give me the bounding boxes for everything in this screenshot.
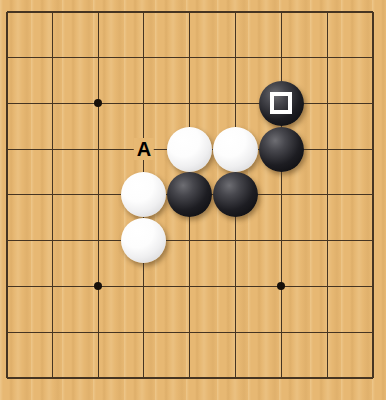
grid-line-horizontal [121, 377, 167, 379]
intersection-c7[interactable] [75, 264, 121, 310]
intersection-e1[interactable] [167, 0, 213, 35]
grid-line-horizontal [304, 286, 350, 287]
grid-line-horizontal [121, 332, 167, 333]
grid-line-horizontal [167, 103, 213, 104]
grid-line-horizontal [350, 194, 373, 195]
intersection-f3[interactable] [213, 80, 259, 126]
intersection-e7[interactable] [167, 264, 213, 310]
grid-line-horizontal [213, 240, 259, 241]
intersection-g2[interactable] [258, 35, 304, 81]
intersection-d1[interactable] [121, 0, 167, 35]
grid-line-horizontal [304, 11, 350, 13]
grid-line-vertical [52, 355, 53, 378]
intersection-f2[interactable] [213, 35, 259, 81]
intersection-b4[interactable] [29, 126, 75, 172]
grid-line-horizontal [167, 286, 213, 287]
grid-line-horizontal [75, 11, 121, 13]
grid-line-horizontal [350, 149, 373, 150]
grid-line-horizontal [304, 57, 350, 58]
grid-line-horizontal [7, 332, 30, 333]
grid-line-horizontal [304, 149, 350, 150]
intersection-a1[interactable] [0, 0, 29, 35]
grid-line-vertical [327, 355, 328, 378]
grid-line-horizontal [7, 57, 30, 58]
black-stone [259, 127, 304, 172]
intersection-c2[interactable] [75, 35, 121, 81]
intersection-i3[interactable] [350, 80, 386, 126]
intersection-e6[interactable] [167, 218, 213, 264]
intersection-a7[interactable] [0, 264, 29, 310]
grid-line-horizontal [213, 286, 259, 287]
grid-line-horizontal [29, 194, 75, 195]
grid-line-horizontal [213, 57, 259, 58]
grid-line-vertical [327, 12, 328, 35]
intersection-a2[interactable] [0, 35, 29, 81]
intersection-a5[interactable] [0, 172, 29, 218]
board-grid: A [0, 0, 386, 400]
intersection-h3[interactable] [304, 80, 350, 126]
intersection-c9[interactable] [75, 355, 121, 400]
intersection-h5[interactable] [304, 172, 350, 218]
grid-line-horizontal [121, 57, 167, 58]
intersection-i6[interactable] [350, 218, 386, 264]
white-stone [167, 127, 212, 172]
intersection-g9[interactable] [258, 355, 304, 400]
intersection-e4[interactable] [167, 126, 213, 172]
star-point [277, 282, 285, 290]
intersection-f9[interactable] [213, 355, 259, 400]
grid-line-vertical [235, 12, 236, 35]
intersection-i7[interactable] [350, 264, 386, 310]
grid-line-horizontal [7, 11, 30, 13]
intersection-e3[interactable] [167, 80, 213, 126]
intersection-i4[interactable] [350, 126, 386, 172]
intersection-b8[interactable] [29, 309, 75, 355]
intersection-e8[interactable] [167, 309, 213, 355]
black-stone [213, 172, 258, 217]
grid-line-horizontal [75, 149, 121, 150]
intersection-i1[interactable] [350, 0, 386, 35]
grid-line-horizontal [7, 194, 30, 195]
grid-line-horizontal [213, 332, 259, 333]
grid-line-horizontal [213, 11, 259, 13]
grid-line-horizontal [304, 194, 350, 195]
intersection-f1[interactable] [213, 0, 259, 35]
grid-line-horizontal [29, 377, 75, 379]
intersection-d8[interactable] [121, 309, 167, 355]
grid-line-vertical [372, 355, 374, 378]
grid-line-horizontal [7, 240, 30, 241]
point-label-a: A [134, 138, 154, 160]
intersection-e5[interactable] [167, 172, 213, 218]
grid-line-horizontal [350, 11, 373, 13]
grid-line-horizontal [350, 57, 373, 58]
grid-line-horizontal [258, 57, 304, 58]
intersection-e9[interactable] [167, 355, 213, 400]
grid-line-horizontal [258, 194, 304, 195]
grid-line-horizontal [29, 240, 75, 241]
intersection-g3[interactable] [258, 80, 304, 126]
intersection-d6[interactable] [121, 218, 167, 264]
intersection-f7[interactable] [213, 264, 259, 310]
grid-line-vertical [6, 355, 8, 378]
grid-line-horizontal [167, 377, 213, 379]
intersection-d2[interactable] [121, 35, 167, 81]
grid-line-horizontal [29, 149, 75, 150]
intersection-a3[interactable] [0, 80, 29, 126]
black-stone [259, 81, 304, 126]
intersection-e2[interactable] [167, 35, 213, 81]
intersection-g6[interactable] [258, 218, 304, 264]
grid-line-vertical [143, 12, 144, 35]
square-marker-icon [270, 92, 292, 114]
grid-line-horizontal [350, 286, 373, 287]
grid-line-horizontal [121, 11, 167, 13]
grid-line-horizontal [304, 332, 350, 333]
grid-line-horizontal [258, 11, 304, 13]
grid-line-horizontal [29, 332, 75, 333]
grid-line-vertical [372, 12, 374, 35]
intersection-b3[interactable] [29, 80, 75, 126]
grid-line-horizontal [7, 103, 30, 104]
grid-line-horizontal [350, 240, 373, 241]
grid-line-horizontal [7, 286, 30, 287]
intersection-h6[interactable] [304, 218, 350, 264]
intersection-g1[interactable] [258, 0, 304, 35]
grid-line-horizontal [75, 377, 121, 379]
grid-line-vertical [189, 355, 190, 378]
grid-line-horizontal [29, 57, 75, 58]
intersection-a9[interactable] [0, 355, 29, 400]
intersection-g5[interactable] [258, 172, 304, 218]
intersection-b5[interactable] [29, 172, 75, 218]
intersection-b7[interactable] [29, 264, 75, 310]
grid-line-horizontal [75, 57, 121, 58]
intersection-c3[interactable] [75, 80, 121, 126]
intersection-b6[interactable] [29, 218, 75, 264]
grid-line-horizontal [7, 149, 30, 150]
intersection-d5[interactable] [121, 172, 167, 218]
intersection-c5[interactable] [75, 172, 121, 218]
grid-line-horizontal [7, 377, 30, 379]
intersection-f6[interactable] [213, 218, 259, 264]
intersection-i2[interactable] [350, 35, 386, 81]
intersection-h8[interactable] [304, 309, 350, 355]
grid-line-vertical [281, 12, 282, 35]
grid-line-horizontal [258, 332, 304, 333]
intersection-b9[interactable] [29, 355, 75, 400]
black-stone [167, 172, 212, 217]
intersection-i5[interactable] [350, 172, 386, 218]
intersection-f8[interactable] [213, 309, 259, 355]
grid-line-horizontal [350, 332, 373, 333]
grid-line-horizontal [29, 11, 75, 13]
star-point [94, 99, 102, 107]
intersection-d7[interactable] [121, 264, 167, 310]
white-stone [121, 172, 166, 217]
intersection-h4[interactable] [304, 126, 350, 172]
intersection-a4[interactable] [0, 126, 29, 172]
grid-line-horizontal [75, 194, 121, 195]
intersection-g8[interactable] [258, 309, 304, 355]
grid-line-horizontal [258, 240, 304, 241]
grid-line-horizontal [213, 377, 259, 379]
white-stone [121, 218, 166, 263]
intersection-a8[interactable] [0, 309, 29, 355]
intersection-c8[interactable] [75, 309, 121, 355]
intersection-h7[interactable] [304, 264, 350, 310]
intersection-d4[interactable]: A [121, 126, 167, 172]
grid-line-horizontal [258, 377, 304, 379]
grid-line-horizontal [121, 103, 167, 104]
grid-line-horizontal [167, 57, 213, 58]
grid-line-vertical [6, 12, 8, 35]
grid-line-horizontal [350, 103, 373, 104]
grid-line-vertical [281, 355, 282, 378]
star-point [94, 282, 102, 290]
intersection-g7[interactable] [258, 264, 304, 310]
intersection-b2[interactable] [29, 35, 75, 81]
go-board: A [0, 0, 386, 400]
white-stone [213, 127, 258, 172]
grid-line-horizontal [213, 103, 259, 104]
grid-line-horizontal [75, 240, 121, 241]
intersection-g4[interactable] [258, 126, 304, 172]
grid-line-vertical [98, 355, 99, 378]
grid-line-horizontal [29, 286, 75, 287]
grid-line-vertical [98, 12, 99, 35]
grid-line-horizontal [304, 103, 350, 104]
grid-line-horizontal [121, 286, 167, 287]
intersection-c4[interactable] [75, 126, 121, 172]
grid-line-horizontal [29, 103, 75, 104]
grid-line-horizontal [304, 377, 350, 379]
grid-line-vertical [52, 12, 53, 35]
intersection-f4[interactable] [213, 126, 259, 172]
intersection-h1[interactable] [304, 0, 350, 35]
grid-line-vertical [235, 355, 236, 378]
grid-line-horizontal [167, 240, 213, 241]
intersection-d3[interactable] [121, 80, 167, 126]
grid-line-vertical [189, 12, 190, 35]
intersection-d9[interactable] [121, 355, 167, 400]
intersection-c1[interactable] [75, 0, 121, 35]
grid-line-vertical [143, 355, 144, 378]
intersection-h9[interactable] [304, 355, 350, 400]
grid-line-horizontal [167, 11, 213, 13]
intersection-i8[interactable] [350, 309, 386, 355]
intersection-a6[interactable] [0, 218, 29, 264]
intersection-c6[interactable] [75, 218, 121, 264]
grid-line-horizontal [304, 240, 350, 241]
grid-line-horizontal [167, 332, 213, 333]
intersection-h2[interactable] [304, 35, 350, 81]
intersection-b1[interactable] [29, 0, 75, 35]
grid-line-horizontal [350, 377, 373, 379]
intersection-f5[interactable] [213, 172, 259, 218]
grid-line-horizontal [75, 332, 121, 333]
intersection-i9[interactable] [350, 355, 386, 400]
